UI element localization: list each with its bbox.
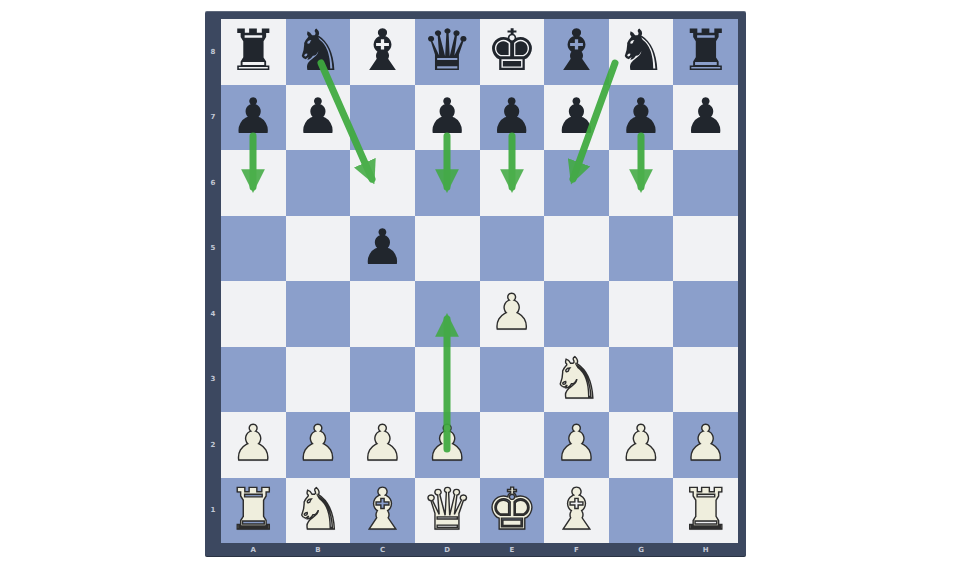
white-pawn-b2[interactable]: ♟ <box>296 419 340 468</box>
file-labels: ABCDEFGH <box>221 543 738 557</box>
square-d6[interactable] <box>415 150 480 216</box>
white-bishop-f1[interactable]: ♝ <box>551 481 602 538</box>
square-h6[interactable] <box>673 150 738 216</box>
white-pawn-g2[interactable]: ♟ <box>619 419 663 468</box>
square-b8[interactable]: ♞ <box>286 19 351 85</box>
rank-label-8: 8 <box>205 19 221 85</box>
square-f5[interactable] <box>544 216 609 282</box>
white-knight-b1[interactable]: ♞ <box>292 481 343 538</box>
square-a1[interactable]: ♜ <box>221 478 286 544</box>
square-c7[interactable] <box>350 85 415 151</box>
square-c4[interactable] <box>350 281 415 347</box>
square-a8[interactable]: ♜ <box>221 19 286 85</box>
square-a7[interactable]: ♟ <box>221 85 286 151</box>
file-label-d: D <box>415 543 480 557</box>
file-label-g: G <box>609 543 674 557</box>
white-pawn-a2[interactable]: ♟ <box>231 419 275 468</box>
square-e2[interactable] <box>480 412 545 478</box>
square-d4[interactable] <box>415 281 480 347</box>
square-d5[interactable] <box>415 216 480 282</box>
file-label-f: F <box>544 543 609 557</box>
square-e3[interactable] <box>480 347 545 413</box>
square-e8[interactable]: ♚ <box>480 19 545 85</box>
black-king-e8[interactable]: ♚ <box>486 22 537 79</box>
white-pawn-h2[interactable]: ♟ <box>684 419 728 468</box>
square-c3[interactable] <box>350 347 415 413</box>
square-c6[interactable] <box>350 150 415 216</box>
rank-label-1: 1 <box>205 478 221 544</box>
square-a5[interactable] <box>221 216 286 282</box>
square-f1[interactable]: ♝ <box>544 478 609 544</box>
square-a6[interactable] <box>221 150 286 216</box>
square-h1[interactable]: ♜ <box>673 478 738 544</box>
black-pawn-g7[interactable]: ♟ <box>619 92 663 141</box>
black-rook-h8[interactable]: ♜ <box>680 22 731 79</box>
square-h3[interactable] <box>673 347 738 413</box>
white-queen-d1[interactable]: ♛ <box>422 481 473 538</box>
file-label-c: C <box>350 543 415 557</box>
file-label-b: B <box>286 543 351 557</box>
white-pawn-f2[interactable]: ♟ <box>554 419 598 468</box>
square-b7[interactable]: ♟ <box>286 85 351 151</box>
square-f2[interactable]: ♟ <box>544 412 609 478</box>
white-rook-a1[interactable]: ♜ <box>228 481 279 538</box>
black-pawn-f7[interactable]: ♟ <box>554 92 598 141</box>
rank-label-2: 2 <box>205 412 221 478</box>
square-g2[interactable]: ♟ <box>609 412 674 478</box>
square-b6[interactable] <box>286 150 351 216</box>
square-h5[interactable] <box>673 216 738 282</box>
black-knight-b8[interactable]: ♞ <box>292 22 343 79</box>
square-a2[interactable]: ♟ <box>221 412 286 478</box>
square-g4[interactable] <box>609 281 674 347</box>
square-b3[interactable] <box>286 347 351 413</box>
square-c1[interactable]: ♝ <box>350 478 415 544</box>
rank-label-4: 4 <box>205 281 221 347</box>
file-label-e: E <box>480 543 545 557</box>
square-b5[interactable] <box>286 216 351 282</box>
square-g6[interactable] <box>609 150 674 216</box>
white-knight-f3[interactable]: ♞ <box>551 350 602 407</box>
square-f8[interactable]: ♝ <box>544 19 609 85</box>
square-c5[interactable]: ♟ <box>350 216 415 282</box>
square-a3[interactable] <box>221 347 286 413</box>
square-f3[interactable]: ♞ <box>544 347 609 413</box>
white-king-e1[interactable]: ♚ <box>486 481 537 538</box>
black-pawn-a7[interactable]: ♟ <box>231 92 275 141</box>
rank-label-5: 5 <box>205 216 221 282</box>
square-h4[interactable] <box>673 281 738 347</box>
square-g1[interactable] <box>609 478 674 544</box>
square-d3[interactable] <box>415 347 480 413</box>
square-e4[interactable]: ♟ <box>480 281 545 347</box>
square-e6[interactable] <box>480 150 545 216</box>
square-d1[interactable]: ♛ <box>415 478 480 544</box>
square-b1[interactable]: ♞ <box>286 478 351 544</box>
square-e1[interactable]: ♚ <box>480 478 545 544</box>
rank-label-3: 3 <box>205 347 221 413</box>
square-h2[interactable]: ♟ <box>673 412 738 478</box>
square-b4[interactable] <box>286 281 351 347</box>
black-rook-a8[interactable]: ♜ <box>228 22 279 79</box>
rank-label-7: 7 <box>205 85 221 151</box>
square-g3[interactable] <box>609 347 674 413</box>
rank-labels: 87654321 <box>205 19 221 543</box>
square-g5[interactable] <box>609 216 674 282</box>
rank-label-6: 6 <box>205 150 221 216</box>
square-f4[interactable] <box>544 281 609 347</box>
square-f7[interactable]: ♟ <box>544 85 609 151</box>
white-pawn-c2[interactable]: ♟ <box>361 419 405 468</box>
board-squares: ♜♞♝♛♚♝♞♜♟♟♟♟♟♟♟♟♟♞♟♟♟♟♟♟♟♜♞♝♛♚♝♜ <box>221 19 738 543</box>
white-bishop-c1[interactable]: ♝ <box>357 481 408 538</box>
white-pawn-d2[interactable]: ♟ <box>425 419 469 468</box>
square-d2[interactable]: ♟ <box>415 412 480 478</box>
square-h7[interactable]: ♟ <box>673 85 738 151</box>
black-pawn-e7[interactable]: ♟ <box>490 92 534 141</box>
file-label-a: A <box>221 543 286 557</box>
square-d7[interactable]: ♟ <box>415 85 480 151</box>
white-pawn-e4[interactable]: ♟ <box>490 288 534 337</box>
square-c8[interactable]: ♝ <box>350 19 415 85</box>
square-g8[interactable]: ♞ <box>609 19 674 85</box>
square-e5[interactable] <box>480 216 545 282</box>
black-queen-d8[interactable]: ♛ <box>422 22 473 79</box>
black-pawn-h7[interactable]: ♟ <box>684 92 728 141</box>
square-c2[interactable]: ♟ <box>350 412 415 478</box>
white-rook-h1[interactable]: ♜ <box>680 481 731 538</box>
square-a4[interactable] <box>221 281 286 347</box>
black-pawn-c5[interactable]: ♟ <box>361 223 405 272</box>
square-b2[interactable]: ♟ <box>286 412 351 478</box>
black-pawn-b7[interactable]: ♟ <box>296 92 340 141</box>
black-bishop-c8[interactable]: ♝ <box>357 22 408 79</box>
square-e7[interactable]: ♟ <box>480 85 545 151</box>
black-bishop-f8[interactable]: ♝ <box>551 22 602 79</box>
black-pawn-d7[interactable]: ♟ <box>425 92 469 141</box>
file-label-h: H <box>673 543 738 557</box>
black-knight-g8[interactable]: ♞ <box>616 22 667 79</box>
square-g7[interactable]: ♟ <box>609 85 674 151</box>
square-h8[interactable]: ♜ <box>673 19 738 85</box>
chess-board: 87654321 ♜♞♝♛♚♝♞♜♟♟♟♟♟♟♟♟♟♞♟♟♟♟♟♟♟♜♞♝♛♚♝… <box>205 11 746 557</box>
square-f6[interactable] <box>544 150 609 216</box>
square-d8[interactable]: ♛ <box>415 19 480 85</box>
